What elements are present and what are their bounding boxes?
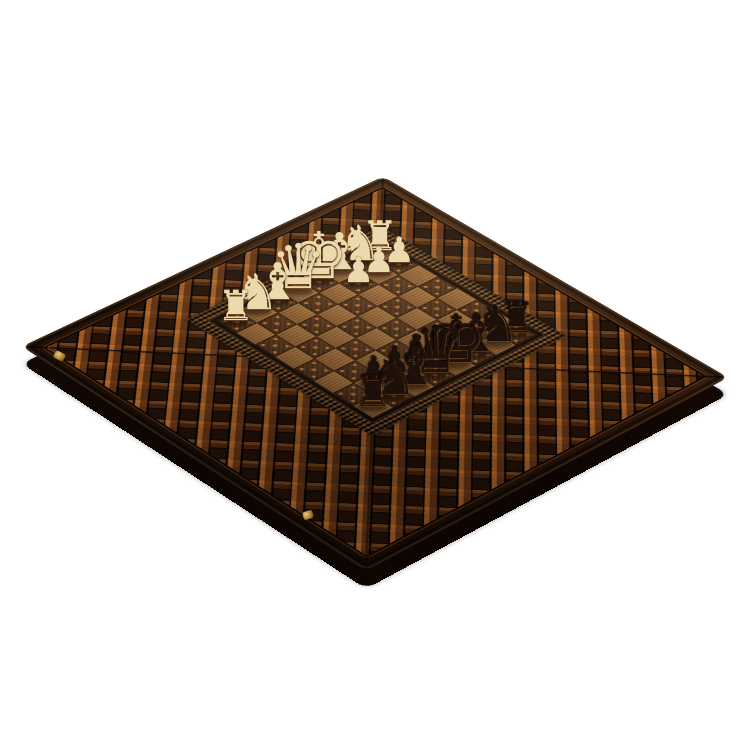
piece-white-rook-a1: ♜ [217, 285, 254, 327]
photo-scene: ♜♞♟♝♟♚♟♛♝♞♜♜♞♟♝♟♚♟♛♟♝♟♞♜ [0, 0, 750, 750]
pieces-layer: ♜♞♟♝♟♚♟♛♝♞♜♜♞♟♝♟♚♟♛♟♝♟♞♜ [0, 0, 750, 750]
piece-white-pawn-f2: ♟ [343, 252, 375, 287]
piece-black-rook-a8: ♜ [354, 370, 392, 413]
